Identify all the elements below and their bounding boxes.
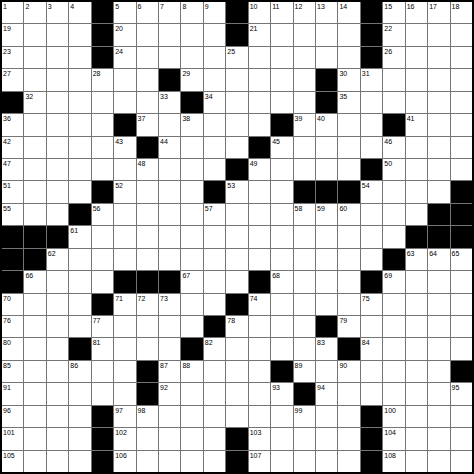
grid-cell[interactable] [204,47,225,68]
grid-cell[interactable]: 30 [338,69,359,90]
grid-cell[interactable] [47,383,68,404]
grid-cell[interactable] [47,361,68,382]
grid-cell[interactable]: 19 [2,24,23,45]
grid-cell[interactable] [24,316,45,337]
grid-cell[interactable]: 43 [114,137,135,158]
grid-cell[interactable]: 17 [428,2,449,23]
grid-cell[interactable] [226,338,247,359]
grid-cell[interactable] [47,69,68,90]
grid-cell[interactable] [181,204,202,225]
grid-cell[interactable] [249,249,270,270]
grid-cell[interactable] [271,47,292,68]
grid-cell[interactable] [316,294,337,315]
grid-cell[interactable]: 58 [294,204,315,225]
grid-cell[interactable] [451,316,472,337]
grid-cell[interactable] [69,92,90,113]
grid-cell[interactable] [316,428,337,449]
grid-cell[interactable]: 62 [47,249,68,270]
grid-cell[interactable]: 105 [2,451,23,472]
grid-cell[interactable]: 94 [316,383,337,404]
grid-cell[interactable]: 22 [383,24,404,45]
grid-cell[interactable] [181,406,202,427]
grid-cell[interactable] [226,226,247,247]
grid-cell[interactable] [92,271,113,292]
grid-cell[interactable] [428,47,449,68]
grid-cell[interactable]: 73 [159,294,180,315]
grid-cell[interactable] [137,69,158,90]
grid-cell[interactable] [114,361,135,382]
grid-cell[interactable] [361,92,382,113]
grid-cell[interactable]: 98 [137,406,158,427]
grid-cell[interactable] [204,451,225,472]
grid-cell[interactable]: 77 [92,316,113,337]
grid-cell[interactable] [69,428,90,449]
grid-cell[interactable]: 7 [159,2,180,23]
grid-cell[interactable] [181,226,202,247]
grid-cell[interactable]: 99 [294,406,315,427]
grid-cell[interactable]: 33 [159,92,180,113]
grid-cell[interactable] [226,271,247,292]
grid-cell[interactable]: 49 [249,159,270,180]
grid-cell[interactable] [24,24,45,45]
grid-cell[interactable]: 54 [361,181,382,202]
grid-cell[interactable]: 51 [2,181,23,202]
grid-cell[interactable] [181,428,202,449]
grid-cell[interactable] [137,316,158,337]
grid-cell[interactable] [204,271,225,292]
grid-cell[interactable]: 95 [451,383,472,404]
grid-cell[interactable]: 6 [137,2,158,23]
grid-cell[interactable] [159,428,180,449]
grid-cell[interactable] [294,271,315,292]
grid-cell[interactable] [428,137,449,158]
grid-cell[interactable] [181,159,202,180]
grid-cell[interactable] [47,428,68,449]
grid-cell[interactable] [428,69,449,90]
grid-cell[interactable] [361,204,382,225]
grid-cell[interactable]: 70 [2,294,23,315]
grid-cell[interactable]: 46 [383,137,404,158]
grid-cell[interactable]: 103 [249,428,270,449]
grid-cell[interactable]: 93 [271,383,292,404]
grid-cell[interactable] [159,24,180,45]
grid-cell[interactable] [69,316,90,337]
grid-cell[interactable]: 4 [69,2,90,23]
grid-cell[interactable]: 66 [24,271,45,292]
grid-cell[interactable] [361,249,382,270]
grid-cell[interactable] [226,361,247,382]
grid-cell[interactable]: 68 [271,271,292,292]
grid-cell[interactable] [24,383,45,404]
grid-cell[interactable] [294,92,315,113]
grid-cell[interactable] [271,406,292,427]
grid-cell[interactable] [24,159,45,180]
grid-cell[interactable] [406,294,427,315]
grid-cell[interactable] [137,47,158,68]
grid-cell[interactable]: 27 [2,69,23,90]
grid-cell[interactable] [271,226,292,247]
grid-cell[interactable]: 56 [92,204,113,225]
grid-cell[interactable] [47,92,68,113]
grid-cell[interactable] [47,137,68,158]
grid-cell[interactable] [294,226,315,247]
grid-cell[interactable] [428,451,449,472]
grid-cell[interactable] [428,361,449,382]
grid-cell[interactable] [114,338,135,359]
grid-cell[interactable] [204,24,225,45]
grid-cell[interactable] [69,271,90,292]
grid-cell[interactable] [428,428,449,449]
grid-cell[interactable]: 8 [181,2,202,23]
grid-cell[interactable] [249,69,270,90]
grid-cell[interactable] [406,24,427,45]
grid-cell[interactable] [271,92,292,113]
grid-cell[interactable]: 47 [2,159,23,180]
grid-cell[interactable] [159,47,180,68]
grid-cell[interactable] [451,92,472,113]
grid-cell[interactable] [294,451,315,472]
grid-cell[interactable] [92,383,113,404]
grid-cell[interactable]: 32 [24,92,45,113]
grid-cell[interactable] [406,159,427,180]
grid-cell[interactable] [428,181,449,202]
grid-cell[interactable]: 40 [316,114,337,135]
grid-cell[interactable] [181,47,202,68]
grid-cell[interactable]: 10 [249,2,270,23]
grid-cell[interactable]: 5 [114,2,135,23]
grid-cell[interactable]: 57 [204,204,225,225]
grid-cell[interactable] [137,249,158,270]
grid-cell[interactable]: 83 [316,338,337,359]
grid-cell[interactable] [406,69,427,90]
grid-cell[interactable] [47,406,68,427]
grid-cell[interactable]: 104 [383,428,404,449]
grid-cell[interactable] [316,47,337,68]
grid-cell[interactable]: 37 [137,114,158,135]
grid-cell[interactable] [338,451,359,472]
grid-cell[interactable] [69,383,90,404]
grid-cell[interactable] [294,338,315,359]
grid-cell[interactable]: 63 [406,249,427,270]
grid-cell[interactable] [249,226,270,247]
grid-cell[interactable] [316,271,337,292]
grid-cell[interactable]: 67 [181,271,202,292]
grid-cell[interactable] [69,24,90,45]
grid-cell[interactable] [24,204,45,225]
grid-cell[interactable] [428,316,449,337]
grid-cell[interactable] [181,383,202,404]
grid-cell[interactable] [316,361,337,382]
grid-cell[interactable] [159,181,180,202]
grid-cell[interactable]: 80 [2,338,23,359]
grid-cell[interactable] [338,383,359,404]
grid-cell[interactable] [24,338,45,359]
grid-cell[interactable] [114,69,135,90]
grid-cell[interactable] [69,249,90,270]
grid-cell[interactable] [204,406,225,427]
grid-cell[interactable] [383,316,404,337]
grid-cell[interactable] [338,137,359,158]
grid-cell[interactable] [249,114,270,135]
grid-cell[interactable] [137,204,158,225]
grid-cell[interactable] [451,271,472,292]
grid-cell[interactable] [361,316,382,337]
grid-cell[interactable] [271,69,292,90]
grid-cell[interactable] [249,181,270,202]
grid-cell[interactable] [294,249,315,270]
grid-cell[interactable]: 20 [114,24,135,45]
grid-cell[interactable] [294,24,315,45]
grid-cell[interactable] [69,69,90,90]
grid-cell[interactable] [114,204,135,225]
grid-cell[interactable]: 90 [338,361,359,382]
grid-cell[interactable]: 61 [69,226,90,247]
grid-cell[interactable] [24,428,45,449]
grid-cell[interactable]: 64 [428,249,449,270]
grid-cell[interactable] [114,92,135,113]
grid-cell[interactable] [181,294,202,315]
grid-cell[interactable]: 44 [159,137,180,158]
grid-cell[interactable] [249,47,270,68]
grid-cell[interactable]: 23 [2,47,23,68]
grid-cell[interactable] [249,361,270,382]
grid-cell[interactable] [204,114,225,135]
grid-cell[interactable] [47,316,68,337]
grid-cell[interactable] [92,92,113,113]
grid-cell[interactable] [428,271,449,292]
grid-cell[interactable]: 34 [204,92,225,113]
grid-cell[interactable]: 82 [204,338,225,359]
grid-cell[interactable]: 69 [383,271,404,292]
grid-cell[interactable]: 106 [114,451,135,472]
grid-cell[interactable] [361,361,382,382]
grid-cell[interactable] [69,451,90,472]
grid-cell[interactable] [69,137,90,158]
grid-cell[interactable] [361,114,382,135]
grid-cell[interactable] [383,92,404,113]
grid-cell[interactable] [159,451,180,472]
grid-cell[interactable] [294,428,315,449]
grid-cell[interactable]: 12 [294,2,315,23]
grid-cell[interactable] [316,249,337,270]
grid-cell[interactable] [249,406,270,427]
grid-cell[interactable] [137,181,158,202]
grid-cell[interactable]: 86 [69,361,90,382]
grid-cell[interactable] [451,69,472,90]
grid-cell[interactable] [294,159,315,180]
grid-cell[interactable] [204,137,225,158]
grid-cell[interactable]: 15 [383,2,404,23]
grid-cell[interactable] [271,249,292,270]
grid-cell[interactable]: 28 [92,69,113,90]
grid-cell[interactable] [316,226,337,247]
grid-cell[interactable] [428,92,449,113]
grid-cell[interactable] [114,383,135,404]
grid-cell[interactable] [271,204,292,225]
grid-cell[interactable] [137,428,158,449]
grid-cell[interactable]: 14 [338,2,359,23]
grid-cell[interactable] [271,428,292,449]
grid-cell[interactable] [294,47,315,68]
grid-cell[interactable]: 29 [181,69,202,90]
grid-cell[interactable] [451,428,472,449]
grid-cell[interactable] [226,137,247,158]
grid-cell[interactable] [159,249,180,270]
grid-cell[interactable]: 76 [2,316,23,337]
grid-cell[interactable] [406,271,427,292]
grid-cell[interactable] [383,204,404,225]
grid-cell[interactable] [92,226,113,247]
grid-cell[interactable] [249,338,270,359]
grid-cell[interactable] [69,114,90,135]
grid-cell[interactable] [24,294,45,315]
grid-cell[interactable]: 50 [383,159,404,180]
grid-cell[interactable] [226,69,247,90]
grid-cell[interactable] [406,428,427,449]
grid-cell[interactable] [47,159,68,180]
grid-cell[interactable] [24,47,45,68]
grid-cell[interactable] [428,114,449,135]
grid-cell[interactable]: 101 [2,428,23,449]
grid-cell[interactable] [406,338,427,359]
grid-cell[interactable] [69,47,90,68]
grid-cell[interactable]: 38 [181,114,202,135]
grid-cell[interactable] [204,69,225,90]
grid-cell[interactable] [159,316,180,337]
grid-cell[interactable] [428,383,449,404]
grid-cell[interactable] [294,316,315,337]
grid-cell[interactable]: 89 [294,361,315,382]
grid-cell[interactable] [294,137,315,158]
grid-cell[interactable]: 55 [2,204,23,225]
grid-cell[interactable] [383,361,404,382]
grid-cell[interactable] [181,24,202,45]
grid-cell[interactable] [69,294,90,315]
grid-cell[interactable]: 108 [383,451,404,472]
grid-cell[interactable] [226,92,247,113]
grid-cell[interactable] [114,159,135,180]
grid-cell[interactable] [406,383,427,404]
grid-cell[interactable] [226,114,247,135]
grid-cell[interactable] [338,294,359,315]
grid-cell[interactable] [137,92,158,113]
grid-cell[interactable] [451,294,472,315]
grid-cell[interactable]: 100 [383,406,404,427]
grid-cell[interactable] [428,338,449,359]
grid-cell[interactable] [204,361,225,382]
grid-cell[interactable] [47,451,68,472]
grid-cell[interactable] [69,181,90,202]
grid-cell[interactable] [159,114,180,135]
grid-cell[interactable] [451,137,472,158]
grid-cell[interactable] [204,383,225,404]
grid-cell[interactable]: 53 [226,181,247,202]
grid-cell[interactable]: 91 [2,383,23,404]
grid-cell[interactable] [338,226,359,247]
grid-cell[interactable] [181,249,202,270]
grid-cell[interactable]: 21 [249,24,270,45]
grid-cell[interactable] [249,383,270,404]
grid-cell[interactable]: 16 [406,2,427,23]
grid-cell[interactable] [226,383,247,404]
grid-cell[interactable]: 107 [249,451,270,472]
grid-cell[interactable] [338,271,359,292]
grid-cell[interactable] [406,137,427,158]
grid-cell[interactable] [271,316,292,337]
grid-cell[interactable] [47,114,68,135]
grid-cell[interactable] [249,92,270,113]
grid-cell[interactable] [137,338,158,359]
grid-cell[interactable]: 26 [383,47,404,68]
grid-cell[interactable] [271,159,292,180]
grid-cell[interactable]: 52 [114,181,135,202]
grid-cell[interactable]: 60 [338,204,359,225]
grid-cell[interactable] [69,159,90,180]
grid-cell[interactable]: 87 [159,361,180,382]
grid-cell[interactable] [92,249,113,270]
grid-cell[interactable] [361,383,382,404]
grid-cell[interactable]: 97 [114,406,135,427]
grid-cell[interactable] [159,226,180,247]
grid-cell[interactable] [47,24,68,45]
grid-cell[interactable] [271,338,292,359]
grid-cell[interactable] [137,226,158,247]
grid-cell[interactable]: 48 [137,159,158,180]
grid-cell[interactable] [316,159,337,180]
grid-cell[interactable] [92,361,113,382]
grid-cell[interactable] [316,137,337,158]
grid-cell[interactable]: 75 [361,294,382,315]
grid-cell[interactable] [114,316,135,337]
grid-cell[interactable] [406,361,427,382]
grid-cell[interactable] [159,338,180,359]
grid-cell[interactable] [451,406,472,427]
grid-cell[interactable] [114,226,135,247]
grid-cell[interactable]: 72 [137,294,158,315]
grid-cell[interactable] [428,24,449,45]
grid-cell[interactable] [226,249,247,270]
grid-cell[interactable] [406,406,427,427]
grid-cell[interactable] [114,249,135,270]
grid-cell[interactable] [428,159,449,180]
grid-cell[interactable]: 24 [114,47,135,68]
grid-cell[interactable] [451,338,472,359]
grid-cell[interactable]: 102 [114,428,135,449]
grid-cell[interactable]: 88 [181,361,202,382]
grid-cell[interactable] [24,137,45,158]
grid-cell[interactable]: 18 [451,2,472,23]
grid-cell[interactable] [69,406,90,427]
grid-cell[interactable] [338,159,359,180]
grid-cell[interactable] [451,159,472,180]
grid-cell[interactable] [47,181,68,202]
grid-cell[interactable] [181,316,202,337]
grid-cell[interactable]: 3 [47,2,68,23]
grid-cell[interactable] [24,406,45,427]
grid-cell[interactable]: 79 [338,316,359,337]
grid-cell[interactable] [338,249,359,270]
grid-cell[interactable] [181,137,202,158]
grid-cell[interactable] [181,181,202,202]
grid-cell[interactable] [361,226,382,247]
grid-cell[interactable] [338,406,359,427]
grid-cell[interactable] [92,114,113,135]
grid-cell[interactable] [159,406,180,427]
grid-cell[interactable] [181,451,202,472]
grid-cell[interactable] [451,47,472,68]
grid-cell[interactable] [226,204,247,225]
grid-cell[interactable] [294,294,315,315]
